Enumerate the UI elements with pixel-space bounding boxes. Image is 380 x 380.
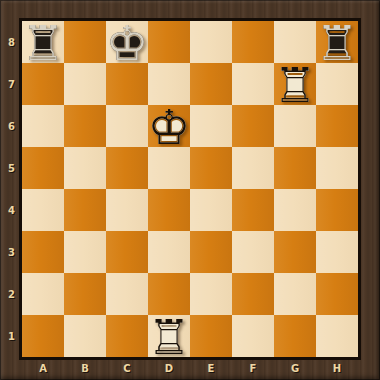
square-b5[interactable] bbox=[64, 147, 106, 189]
board: ♜♖♚♔♜♖♜♖♚♔♜♖ bbox=[19, 18, 361, 360]
square-e6[interactable] bbox=[190, 105, 232, 147]
black-rook[interactable]: ♜♖ bbox=[22, 21, 64, 63]
square-e3[interactable] bbox=[190, 231, 232, 273]
file-label-a: A bbox=[22, 359, 64, 378]
square-d4[interactable] bbox=[148, 189, 190, 231]
rank-label-6: 6 bbox=[0, 105, 19, 147]
black-rook-outline-glyph: ♖ bbox=[316, 22, 358, 64]
square-a5[interactable] bbox=[22, 147, 64, 189]
square-h8[interactable]: ♜♖ bbox=[316, 21, 358, 63]
rank-label-7: 7 bbox=[0, 63, 19, 105]
square-f8[interactable] bbox=[232, 21, 274, 63]
white-king[interactable]: ♚♔ bbox=[148, 105, 190, 147]
file-label-e: E bbox=[190, 359, 232, 378]
square-f4[interactable] bbox=[232, 189, 274, 231]
square-a1[interactable] bbox=[22, 315, 64, 357]
square-a2[interactable] bbox=[22, 273, 64, 315]
square-f6[interactable] bbox=[232, 105, 274, 147]
rank-labels: 87654321 bbox=[0, 21, 19, 357]
square-e5[interactable] bbox=[190, 147, 232, 189]
square-g3[interactable] bbox=[274, 231, 316, 273]
square-d5[interactable] bbox=[148, 147, 190, 189]
square-d8[interactable] bbox=[148, 21, 190, 63]
square-f3[interactable] bbox=[232, 231, 274, 273]
white-king-outline-glyph: ♔ bbox=[148, 106, 190, 148]
square-g7[interactable]: ♜♖ bbox=[274, 63, 316, 105]
rank-label-2: 2 bbox=[0, 273, 19, 315]
square-b1[interactable] bbox=[64, 315, 106, 357]
square-g5[interactable] bbox=[274, 147, 316, 189]
square-g6[interactable] bbox=[274, 105, 316, 147]
square-e8[interactable] bbox=[190, 21, 232, 63]
square-b4[interactable] bbox=[64, 189, 106, 231]
square-h6[interactable] bbox=[316, 105, 358, 147]
square-h4[interactable] bbox=[316, 189, 358, 231]
square-a7[interactable] bbox=[22, 63, 64, 105]
file-label-f: F bbox=[232, 359, 274, 378]
square-c3[interactable] bbox=[106, 231, 148, 273]
black-king[interactable]: ♚♔ bbox=[106, 21, 148, 63]
square-a4[interactable] bbox=[22, 189, 64, 231]
white-rook-outline-glyph: ♖ bbox=[148, 316, 190, 358]
board-frame: 87654321 ♜♖♚♔♜♖♜♖♚♔♜♖ ABCDEFGH bbox=[0, 0, 380, 380]
square-c2[interactable] bbox=[106, 273, 148, 315]
black-king-outline-glyph: ♔ bbox=[106, 22, 148, 64]
square-c1[interactable] bbox=[106, 315, 148, 357]
square-h7[interactable] bbox=[316, 63, 358, 105]
square-g4[interactable] bbox=[274, 189, 316, 231]
square-b8[interactable] bbox=[64, 21, 106, 63]
square-d6[interactable]: ♚♔ bbox=[148, 105, 190, 147]
file-label-g: G bbox=[274, 359, 316, 378]
file-labels: ABCDEFGH bbox=[22, 359, 358, 378]
square-g1[interactable] bbox=[274, 315, 316, 357]
white-rook[interactable]: ♜♖ bbox=[148, 315, 190, 357]
square-d1[interactable]: ♜♖ bbox=[148, 315, 190, 357]
square-c4[interactable] bbox=[106, 189, 148, 231]
square-a8[interactable]: ♜♖ bbox=[22, 21, 64, 63]
white-rook[interactable]: ♜♖ bbox=[274, 63, 316, 105]
square-e7[interactable] bbox=[190, 63, 232, 105]
square-e2[interactable] bbox=[190, 273, 232, 315]
file-label-c: C bbox=[106, 359, 148, 378]
file-label-h: H bbox=[316, 359, 358, 378]
white-rook-outline-glyph: ♖ bbox=[274, 64, 316, 106]
square-h2[interactable] bbox=[316, 273, 358, 315]
square-f7[interactable] bbox=[232, 63, 274, 105]
square-b7[interactable] bbox=[64, 63, 106, 105]
file-label-b: B bbox=[64, 359, 106, 378]
square-b3[interactable] bbox=[64, 231, 106, 273]
black-rook[interactable]: ♜♖ bbox=[316, 21, 358, 63]
rank-label-5: 5 bbox=[0, 147, 19, 189]
square-b2[interactable] bbox=[64, 273, 106, 315]
square-f2[interactable] bbox=[232, 273, 274, 315]
rank-label-4: 4 bbox=[0, 189, 19, 231]
square-h1[interactable] bbox=[316, 315, 358, 357]
black-rook-outline-glyph: ♖ bbox=[22, 22, 64, 64]
square-a3[interactable] bbox=[22, 231, 64, 273]
square-h3[interactable] bbox=[316, 231, 358, 273]
square-f5[interactable] bbox=[232, 147, 274, 189]
square-d3[interactable] bbox=[148, 231, 190, 273]
square-g2[interactable] bbox=[274, 273, 316, 315]
square-b6[interactable] bbox=[64, 105, 106, 147]
square-e4[interactable] bbox=[190, 189, 232, 231]
square-a6[interactable] bbox=[22, 105, 64, 147]
square-c7[interactable] bbox=[106, 63, 148, 105]
rank-label-3: 3 bbox=[0, 231, 19, 273]
square-h5[interactable] bbox=[316, 147, 358, 189]
square-c8[interactable]: ♚♔ bbox=[106, 21, 148, 63]
square-f1[interactable] bbox=[232, 315, 274, 357]
rank-label-8: 8 bbox=[0, 21, 19, 63]
square-c5[interactable] bbox=[106, 147, 148, 189]
square-e1[interactable] bbox=[190, 315, 232, 357]
rank-label-1: 1 bbox=[0, 315, 19, 357]
square-c6[interactable] bbox=[106, 105, 148, 147]
file-label-d: D bbox=[148, 359, 190, 378]
